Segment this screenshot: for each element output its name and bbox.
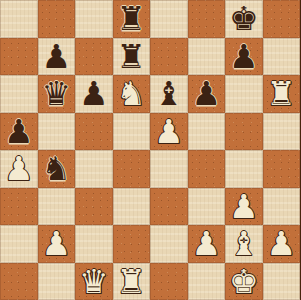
square-c2[interactable] xyxy=(75,225,113,263)
square-c5[interactable] xyxy=(75,113,113,151)
square-e8[interactable] xyxy=(150,0,188,38)
piece-white-pawn[interactable]: ♟ xyxy=(266,225,296,262)
piece-white-knight[interactable]: ♞ xyxy=(116,75,146,112)
square-e3[interactable] xyxy=(150,188,188,226)
square-a1[interactable] xyxy=(0,263,38,300)
piece-white-pawn[interactable]: ♟ xyxy=(229,188,259,225)
piece-black-knight[interactable]: ♞ xyxy=(41,150,71,187)
piece-black-pawn[interactable]: ♟ xyxy=(191,75,221,112)
piece-white-bishop[interactable]: ♝ xyxy=(229,225,259,262)
square-c6[interactable]: ♟ xyxy=(75,75,113,113)
square-d8[interactable]: ♜ xyxy=(113,0,151,38)
piece-white-rook[interactable]: ♜ xyxy=(266,75,296,112)
square-d1[interactable]: ♜ xyxy=(113,263,151,300)
square-d2[interactable] xyxy=(113,225,151,263)
square-e6[interactable]: ♝ xyxy=(150,75,188,113)
square-d4[interactable] xyxy=(113,150,151,188)
square-b4[interactable]: ♞ xyxy=(38,150,76,188)
square-b1[interactable] xyxy=(38,263,76,300)
square-e4[interactable] xyxy=(150,150,188,188)
piece-black-pawn[interactable]: ♟ xyxy=(229,38,259,75)
square-d5[interactable] xyxy=(113,113,151,151)
piece-black-pawn[interactable]: ♟ xyxy=(41,38,71,75)
square-b5[interactable] xyxy=(38,113,76,151)
piece-white-pawn[interactable]: ♟ xyxy=(41,225,71,262)
square-h6[interactable]: ♜ xyxy=(263,75,301,113)
square-e5[interactable]: ♟ xyxy=(150,113,188,151)
square-c4[interactable] xyxy=(75,150,113,188)
square-c1[interactable]: ♛ xyxy=(75,263,113,300)
square-a6[interactable] xyxy=(0,75,38,113)
square-d6[interactable]: ♞ xyxy=(113,75,151,113)
piece-white-pawn[interactable]: ♟ xyxy=(4,150,34,187)
square-d3[interactable] xyxy=(113,188,151,226)
square-a5[interactable]: ♟ xyxy=(0,113,38,151)
square-a2[interactable] xyxy=(0,225,38,263)
square-g1[interactable]: ♚ xyxy=(225,263,263,300)
piece-white-queen[interactable]: ♛ xyxy=(79,263,109,300)
square-a8[interactable] xyxy=(0,0,38,38)
square-g4[interactable] xyxy=(225,150,263,188)
piece-white-rook[interactable]: ♜ xyxy=(116,263,146,300)
piece-black-rook[interactable]: ♜ xyxy=(116,38,146,75)
square-d7[interactable]: ♜ xyxy=(113,38,151,76)
square-h5[interactable] xyxy=(263,113,301,151)
square-e7[interactable] xyxy=(150,38,188,76)
square-f5[interactable] xyxy=(188,113,226,151)
square-g2[interactable]: ♝ xyxy=(225,225,263,263)
square-c3[interactable] xyxy=(75,188,113,226)
square-c7[interactable] xyxy=(75,38,113,76)
piece-white-pawn[interactable]: ♟ xyxy=(154,113,184,150)
square-f3[interactable] xyxy=(188,188,226,226)
piece-black-queen[interactable]: ♛ xyxy=(41,75,71,112)
square-b6[interactable]: ♛ xyxy=(38,75,76,113)
square-b7[interactable]: ♟ xyxy=(38,38,76,76)
piece-black-pawn[interactable]: ♟ xyxy=(4,113,34,150)
piece-black-pawn[interactable]: ♟ xyxy=(79,75,109,112)
square-e1[interactable] xyxy=(150,263,188,300)
square-g8[interactable]: ♚ xyxy=(225,0,263,38)
square-h8[interactable] xyxy=(263,0,301,38)
square-b2[interactable]: ♟ xyxy=(38,225,76,263)
square-a3[interactable] xyxy=(0,188,38,226)
chess-board: ♜♚♟♜♟♛♟♞♝♟♜♟♟♟♞♟♟♟♝♟♛♜♚ xyxy=(0,0,300,300)
square-h7[interactable] xyxy=(263,38,301,76)
piece-white-king[interactable]: ♚ xyxy=(229,263,259,300)
square-f1[interactable] xyxy=(188,263,226,300)
square-g3[interactable]: ♟ xyxy=(225,188,263,226)
square-b3[interactable] xyxy=(38,188,76,226)
square-h3[interactable] xyxy=(263,188,301,226)
square-f8[interactable] xyxy=(188,0,226,38)
square-a7[interactable] xyxy=(0,38,38,76)
square-h2[interactable]: ♟ xyxy=(263,225,301,263)
square-b8[interactable] xyxy=(38,0,76,38)
square-a4[interactable]: ♟ xyxy=(0,150,38,188)
square-h1[interactable] xyxy=(263,263,301,300)
piece-black-bishop[interactable]: ♝ xyxy=(154,75,184,112)
square-g6[interactable] xyxy=(225,75,263,113)
square-g7[interactable]: ♟ xyxy=(225,38,263,76)
square-e2[interactable] xyxy=(150,225,188,263)
square-f4[interactable] xyxy=(188,150,226,188)
piece-black-rook[interactable]: ♜ xyxy=(116,0,146,37)
square-g5[interactable] xyxy=(225,113,263,151)
square-f6[interactable]: ♟ xyxy=(188,75,226,113)
square-h4[interactable] xyxy=(263,150,301,188)
square-f7[interactable] xyxy=(188,38,226,76)
piece-black-king[interactable]: ♚ xyxy=(229,0,259,37)
square-c8[interactable] xyxy=(75,0,113,38)
piece-white-pawn[interactable]: ♟ xyxy=(191,225,221,262)
square-f2[interactable]: ♟ xyxy=(188,225,226,263)
